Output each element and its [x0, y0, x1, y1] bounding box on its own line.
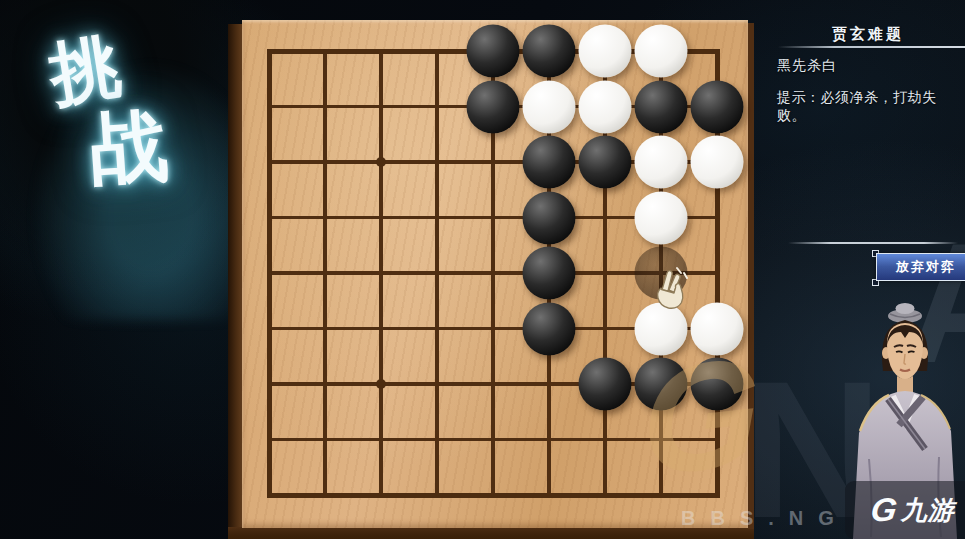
- white-stone: [635, 25, 688, 78]
- black-stone: [523, 302, 576, 355]
- panel-divider: [788, 242, 958, 244]
- white-stone: [691, 302, 744, 355]
- white-stone: [523, 80, 576, 133]
- white-stone: [691, 136, 744, 189]
- black-stone: [635, 80, 688, 133]
- black-stone: [523, 136, 576, 189]
- 9game-logo-icon: G: [868, 491, 899, 529]
- puzzle-objective: 黑先杀白: [777, 57, 837, 75]
- 9game-logo-badge: G 九游: [845, 481, 965, 539]
- star-point: [376, 157, 386, 167]
- black-stone: [523, 247, 576, 300]
- pointing-hand-cursor: [649, 266, 691, 314]
- black-stone: [467, 80, 520, 133]
- black-stone: [691, 358, 744, 411]
- board-left-edge: [228, 24, 242, 529]
- star-point: [376, 379, 386, 389]
- black-stone: [579, 136, 632, 189]
- white-stone: [635, 191, 688, 244]
- board-bottom-edge: [228, 527, 754, 539]
- bbs-watermark-text: BBS.NG: [681, 507, 849, 530]
- black-stone: [467, 25, 520, 78]
- white-stone: [635, 136, 688, 189]
- white-stone: [579, 80, 632, 133]
- game-screen: N A 挑 战 G 贾玄难题 黑先杀白 提示：必须净杀，打劫失败。 放弃对弈: [0, 0, 965, 539]
- forfeit-game-button[interactable]: 放弃对弈: [876, 253, 965, 281]
- black-stone: [523, 191, 576, 244]
- white-stone: [579, 25, 632, 78]
- board-right-edge: [748, 23, 754, 529]
- black-stone: [523, 25, 576, 78]
- black-stone: [579, 358, 632, 411]
- black-stone: [635, 358, 688, 411]
- puzzle-hint: 提示：必须净杀，打劫失败。: [777, 89, 965, 125]
- puzzle-title: 贾玄难题: [832, 25, 904, 44]
- black-stone: [691, 80, 744, 133]
- 9game-logo-text: 九游: [901, 493, 955, 528]
- challenge-char-2: 战: [86, 93, 171, 203]
- challenge-banner: 挑 战: [28, 10, 208, 250]
- title-divider: [778, 46, 965, 48]
